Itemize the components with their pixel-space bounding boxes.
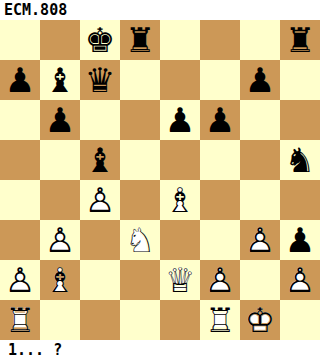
square-e8[interactable] bbox=[160, 20, 200, 60]
black-knight-icon[interactable]: ♞ bbox=[280, 140, 320, 180]
white-pawn-icon[interactable]: ♟♙ bbox=[280, 260, 320, 300]
square-c5[interactable]: ♝ bbox=[80, 140, 120, 180]
square-f4[interactable] bbox=[200, 180, 240, 220]
square-c8[interactable]: ♚ bbox=[80, 20, 120, 60]
white-pawn-icon[interactable]: ♟♙ bbox=[200, 260, 240, 300]
square-g1[interactable]: ♚♔ bbox=[240, 300, 280, 340]
black-bishop-icon[interactable]: ♝ bbox=[80, 140, 120, 180]
black-pawn-icon[interactable]: ♟ bbox=[40, 100, 80, 140]
square-d2[interactable] bbox=[120, 260, 160, 300]
square-b3[interactable]: ♟♙ bbox=[40, 220, 80, 260]
white-rook-icon[interactable]: ♜♖ bbox=[200, 300, 240, 340]
square-d1[interactable] bbox=[120, 300, 160, 340]
move-prompt: 1... ? bbox=[0, 340, 320, 360]
square-f2[interactable]: ♟♙ bbox=[200, 260, 240, 300]
square-e3[interactable] bbox=[160, 220, 200, 260]
white-pawn-icon[interactable]: ♟♙ bbox=[80, 180, 120, 220]
square-a5[interactable] bbox=[0, 140, 40, 180]
white-pawn-icon[interactable]: ♟♙ bbox=[0, 260, 40, 300]
white-pawn-icon[interactable]: ♟♙ bbox=[40, 220, 80, 260]
square-g7[interactable]: ♟ bbox=[240, 60, 280, 100]
square-b2[interactable]: ♝♗ bbox=[40, 260, 80, 300]
square-h1[interactable] bbox=[280, 300, 320, 340]
square-g8[interactable] bbox=[240, 20, 280, 60]
square-g5[interactable] bbox=[240, 140, 280, 180]
square-c1[interactable] bbox=[80, 300, 120, 340]
white-knight-icon[interactable]: ♞♘ bbox=[120, 220, 160, 260]
square-h3[interactable]: ♟ bbox=[280, 220, 320, 260]
white-pawn-icon[interactable]: ♟♙ bbox=[240, 220, 280, 260]
square-d3[interactable]: ♞♘ bbox=[120, 220, 160, 260]
black-bishop-icon[interactable]: ♝ bbox=[40, 60, 80, 100]
square-a3[interactable] bbox=[0, 220, 40, 260]
black-queen-icon[interactable]: ♛ bbox=[80, 60, 120, 100]
black-pawn-icon[interactable]: ♟ bbox=[200, 100, 240, 140]
square-e1[interactable] bbox=[160, 300, 200, 340]
square-c7[interactable]: ♛ bbox=[80, 60, 120, 100]
square-h6[interactable] bbox=[280, 100, 320, 140]
square-a1[interactable]: ♜♖ bbox=[0, 300, 40, 340]
square-b8[interactable] bbox=[40, 20, 80, 60]
square-c6[interactable] bbox=[80, 100, 120, 140]
square-h5[interactable]: ♞ bbox=[280, 140, 320, 180]
square-g6[interactable] bbox=[240, 100, 280, 140]
square-b1[interactable] bbox=[40, 300, 80, 340]
square-e4[interactable]: ♝♗ bbox=[160, 180, 200, 220]
black-rook-icon[interactable]: ♜ bbox=[120, 20, 160, 60]
white-queen-icon[interactable]: ♛♕ bbox=[160, 260, 200, 300]
white-king-icon[interactable]: ♚♔ bbox=[240, 300, 280, 340]
puzzle-title: ECM.808 bbox=[0, 0, 320, 20]
black-pawn-icon[interactable]: ♟ bbox=[160, 100, 200, 140]
square-d6[interactable] bbox=[120, 100, 160, 140]
square-d7[interactable] bbox=[120, 60, 160, 100]
square-a7[interactable]: ♟ bbox=[0, 60, 40, 100]
square-c2[interactable] bbox=[80, 260, 120, 300]
black-king-icon[interactable]: ♚ bbox=[80, 20, 120, 60]
square-d8[interactable]: ♜ bbox=[120, 20, 160, 60]
chess-app-window: ECM.808 ♚♜♜♟♝♛♟♟♟♟♝♞♟♙♝♗♟♙♞♘♟♙♟♟♙♝♗♛♕♟♙♟… bbox=[0, 0, 320, 360]
square-e6[interactable]: ♟ bbox=[160, 100, 200, 140]
square-f8[interactable] bbox=[200, 20, 240, 60]
square-b5[interactable] bbox=[40, 140, 80, 180]
square-b6[interactable]: ♟ bbox=[40, 100, 80, 140]
square-h4[interactable] bbox=[280, 180, 320, 220]
square-b7[interactable]: ♝ bbox=[40, 60, 80, 100]
white-bishop-icon[interactable]: ♝♗ bbox=[160, 180, 200, 220]
square-h2[interactable]: ♟♙ bbox=[280, 260, 320, 300]
square-e5[interactable] bbox=[160, 140, 200, 180]
square-a4[interactable] bbox=[0, 180, 40, 220]
square-a6[interactable] bbox=[0, 100, 40, 140]
square-h8[interactable]: ♜ bbox=[280, 20, 320, 60]
square-g2[interactable] bbox=[240, 260, 280, 300]
square-e7[interactable] bbox=[160, 60, 200, 100]
square-g3[interactable]: ♟♙ bbox=[240, 220, 280, 260]
square-b4[interactable] bbox=[40, 180, 80, 220]
black-pawn-icon[interactable]: ♟ bbox=[280, 220, 320, 260]
black-pawn-icon[interactable]: ♟ bbox=[240, 60, 280, 100]
square-d5[interactable] bbox=[120, 140, 160, 180]
square-a2[interactable]: ♟♙ bbox=[0, 260, 40, 300]
square-f3[interactable] bbox=[200, 220, 240, 260]
square-f5[interactable] bbox=[200, 140, 240, 180]
square-f6[interactable]: ♟ bbox=[200, 100, 240, 140]
square-g4[interactable] bbox=[240, 180, 280, 220]
square-c3[interactable] bbox=[80, 220, 120, 260]
black-pawn-icon[interactable]: ♟ bbox=[0, 60, 40, 100]
black-rook-icon[interactable]: ♜ bbox=[280, 20, 320, 60]
white-rook-icon[interactable]: ♜♖ bbox=[0, 300, 40, 340]
square-f7[interactable] bbox=[200, 60, 240, 100]
chess-board: ♚♜♜♟♝♛♟♟♟♟♝♞♟♙♝♗♟♙♞♘♟♙♟♟♙♝♗♛♕♟♙♟♙♜♖♜♖♚♔ bbox=[0, 20, 320, 340]
square-f1[interactable]: ♜♖ bbox=[200, 300, 240, 340]
square-c4[interactable]: ♟♙ bbox=[80, 180, 120, 220]
white-bishop-icon[interactable]: ♝♗ bbox=[40, 260, 80, 300]
square-e2[interactable]: ♛♕ bbox=[160, 260, 200, 300]
square-d4[interactable] bbox=[120, 180, 160, 220]
square-h7[interactable] bbox=[280, 60, 320, 100]
square-a8[interactable] bbox=[0, 20, 40, 60]
